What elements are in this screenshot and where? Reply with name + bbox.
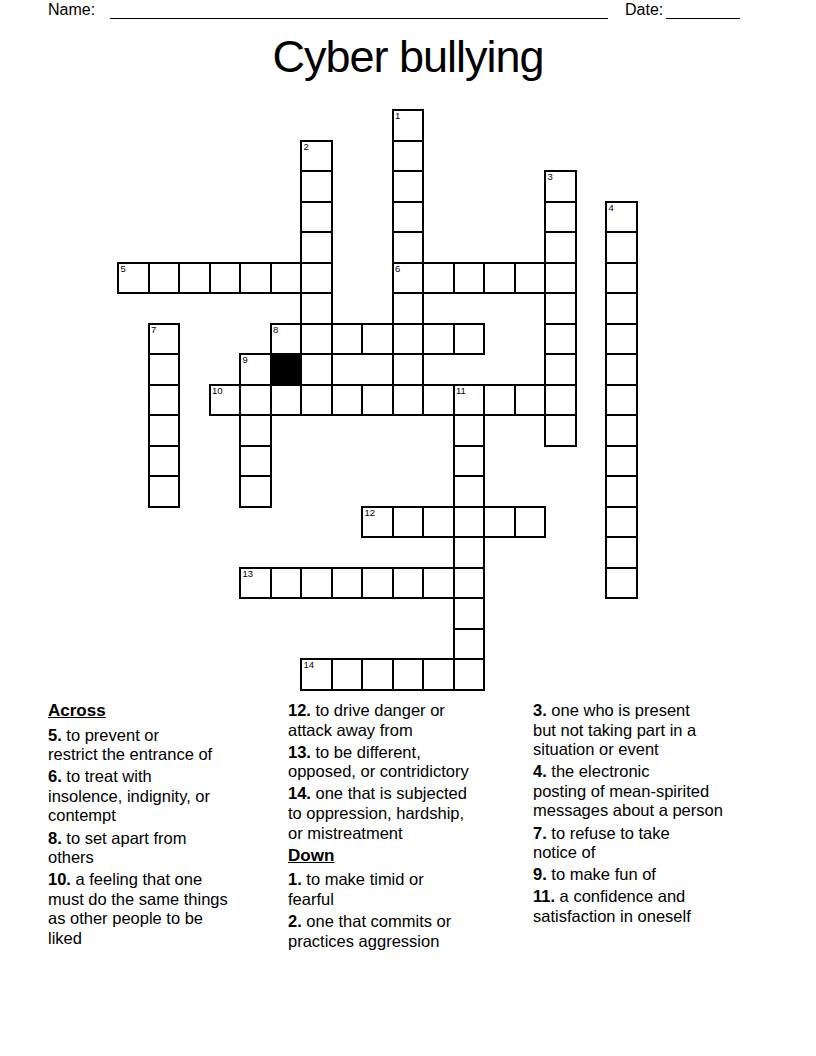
clue: 4. the electronicposting of mean-spirite… [533, 762, 723, 821]
grid-cell[interactable] [148, 475, 181, 508]
grid-cell[interactable] [453, 658, 486, 691]
clue: 2. one that commits orpractices aggressi… [288, 912, 469, 951]
name-blank-line [110, 0, 608, 19]
clue: 12. to drive danger orattack away from [288, 701, 469, 740]
grid-cell[interactable] [514, 262, 547, 295]
clue-number: 9 [243, 355, 248, 365]
clue-section-header: Down [288, 846, 469, 866]
grid-cell[interactable] [453, 536, 486, 569]
clue-number: 1 [395, 111, 400, 121]
clue-number: 4 [609, 203, 614, 213]
grid-cell[interactable] [544, 384, 577, 417]
grid-cell[interactable] [544, 231, 577, 264]
grid-cell[interactable] [544, 414, 577, 447]
grid-cell[interactable] [605, 536, 638, 569]
grid-cell[interactable] [361, 323, 394, 356]
grid-cell[interactable] [453, 506, 486, 539]
grid-cell[interactable] [300, 201, 333, 234]
clue: 9. to make fun of [533, 865, 723, 885]
grid-cell[interactable] [331, 658, 364, 691]
grid-cell[interactable] [392, 201, 425, 234]
clue: 1. to make timid orfearful [288, 870, 469, 909]
clue: 14. one that is subjectedto oppression, … [288, 784, 469, 843]
grid-cell[interactable] [544, 353, 577, 386]
grid-cell[interactable] [453, 597, 486, 630]
clue-number-label: 10. [48, 870, 71, 888]
grid-cell[interactable] [392, 140, 425, 173]
grid-cell[interactable] [331, 567, 364, 600]
grid-cell[interactable] [148, 445, 181, 478]
grid-cell[interactable] [270, 384, 303, 417]
clue-number: 12 [365, 508, 376, 518]
clue-number-label: 13. [288, 743, 311, 761]
grid-cell[interactable] [544, 323, 577, 356]
grid-cell[interactable] [422, 323, 455, 356]
clue: 8. to set apart fromothers [48, 829, 228, 868]
grid-cell[interactable] [178, 262, 211, 295]
clue-number-label: 14. [288, 784, 311, 802]
grid-cell[interactable] [605, 231, 638, 264]
grid-cell[interactable] [239, 384, 272, 417]
grid-cell[interactable] [361, 658, 394, 691]
grid-cell[interactable] [239, 445, 272, 478]
clue-number: 7 [151, 325, 156, 335]
clue-number: 2 [304, 142, 309, 152]
grid-cell[interactable] [300, 292, 333, 325]
grid-cell[interactable] [148, 262, 181, 295]
grid-cell[interactable] [392, 506, 425, 539]
grid-cell[interactable] [544, 201, 577, 234]
grid-cell[interactable] [453, 262, 486, 295]
grid-cell[interactable] [148, 353, 181, 386]
grid-cell[interactable] [392, 658, 425, 691]
puzzle-title: Cyber bullying [0, 31, 816, 83]
clue-number-label: 7. [533, 824, 547, 842]
grid-cell[interactable] [331, 384, 364, 417]
clue-number-label: 1. [288, 870, 302, 888]
grid-cell[interactable] [453, 567, 486, 600]
grid-cell[interactable] [605, 292, 638, 325]
grid-cell[interactable] [605, 384, 638, 417]
grid-cell[interactable] [392, 384, 425, 417]
grid-cell[interactable] [270, 262, 303, 295]
grid-cell[interactable] [605, 475, 638, 508]
grid-cell[interactable] [300, 567, 333, 600]
grid-cell[interactable] [239, 475, 272, 508]
clue-number-label: 3. [533, 701, 547, 719]
clue-column-right: 3. one who is presentbut not taking part… [533, 701, 723, 929]
grid-cell[interactable] [300, 170, 333, 203]
clue-section-header: Across [48, 701, 228, 721]
grid-cell[interactable] [453, 445, 486, 478]
grid-cell[interactable] [453, 628, 486, 661]
grid-cell[interactable] [300, 231, 333, 264]
date-label: Date: [625, 1, 663, 19]
grid-cell[interactable] [605, 262, 638, 295]
crossword-grid: 1234567891011121314 [117, 109, 640, 693]
grid-cell[interactable] [300, 384, 333, 417]
clue-column-middle: 12. to drive danger orattack away from13… [288, 701, 469, 954]
grid-cell[interactable] [331, 323, 364, 356]
grid-cell[interactable] [605, 506, 638, 539]
grid-cell[interactable] [422, 658, 455, 691]
grid-cell[interactable] [209, 262, 242, 295]
grid-cell[interactable] [300, 323, 333, 356]
grid-cell[interactable] [605, 353, 638, 386]
grid-cell[interactable] [605, 445, 638, 478]
clue: 6. to treat withinsolence, indignity, or… [48, 767, 228, 826]
clue-number-label: 2. [288, 912, 302, 930]
grid-cell[interactable] [422, 384, 455, 417]
grid-cell[interactable] [148, 384, 181, 417]
grid-cell[interactable] [605, 323, 638, 356]
grid-cell[interactable] [483, 384, 516, 417]
grid-cell[interactable] [422, 506, 455, 539]
grid-cell[interactable] [148, 414, 181, 447]
date-blank-line [666, 0, 740, 19]
grid-cell[interactable] [605, 414, 638, 447]
clue-number-label: 6. [48, 767, 62, 785]
clue-number: 14 [304, 660, 315, 670]
clue-number-label: 9. [533, 865, 547, 883]
grid-cell[interactable] [514, 506, 547, 539]
grid-cell[interactable] [544, 292, 577, 325]
clue-number: 10 [212, 386, 223, 396]
grid-cell[interactable] [605, 567, 638, 600]
grid-cell[interactable] [544, 262, 577, 295]
grid-cell[interactable] [483, 506, 516, 539]
grid-cell[interactable] [300, 262, 333, 295]
grid-cell[interactable] [453, 323, 486, 356]
grid-cell[interactable] [392, 323, 425, 356]
clue: 13. to be different,opposed, or contridi… [288, 743, 469, 782]
grid-cell[interactable] [453, 475, 486, 508]
grid-cell[interactable] [453, 414, 486, 447]
clue: 7. to refuse to takenotice of [533, 824, 723, 863]
clue-number-label: 4. [533, 762, 547, 780]
grid-cell[interactable] [483, 262, 516, 295]
grid-cell[interactable] [392, 567, 425, 600]
clue-number-label: 12. [288, 701, 311, 719]
grid-cell[interactable] [422, 262, 455, 295]
grid-cell[interactable] [392, 170, 425, 203]
grid-cell[interactable] [270, 567, 303, 600]
grid-cell[interactable] [422, 567, 455, 600]
grid-cell[interactable] [361, 567, 394, 600]
grid-cell[interactable] [239, 262, 272, 295]
clue-number-label: 11. [533, 887, 555, 905]
worksheet-page: Name: Date: Cyber bullying 1234567891011… [0, 0, 816, 1056]
clue-column-left: Across5. to prevent orrestrict the entra… [48, 701, 228, 951]
clue-number: 3 [548, 172, 553, 182]
name-label: Name: [48, 1, 95, 19]
clue: 3. one who is presentbut not taking part… [533, 701, 723, 760]
clue-number: 8 [273, 325, 278, 335]
clue-number-label: 8. [48, 829, 62, 847]
clue-number: 6 [395, 264, 400, 274]
clue: 11. a confidence andsatisfaction in ones… [533, 887, 723, 926]
clue-number: 13 [243, 569, 254, 579]
black-cell [270, 353, 303, 386]
clue-number: 5 [121, 264, 126, 274]
grid-cell[interactable] [392, 353, 425, 386]
clue: 10. a feeling that onemust do the same t… [48, 870, 228, 948]
grid-cell[interactable] [239, 414, 272, 447]
grid-cell[interactable] [392, 231, 425, 264]
grid-cell[interactable] [300, 353, 333, 386]
grid-cell[interactable] [361, 384, 394, 417]
clue-number: 11 [456, 386, 466, 396]
clue-number-label: 5. [48, 726, 62, 744]
clue: 5. to prevent orrestrict the entrance of [48, 726, 228, 765]
grid-cell[interactable] [514, 384, 547, 417]
grid-cell[interactable] [392, 292, 425, 325]
